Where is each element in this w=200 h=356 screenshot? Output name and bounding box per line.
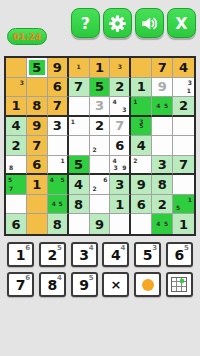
cell-r3c7[interactable]: 1 xyxy=(131,97,152,117)
cell-r7c4[interactable]: 4 xyxy=(69,175,90,195)
cell-r4c6[interactable]: 7 xyxy=(110,117,131,137)
cell-r5c5[interactable]: 2 xyxy=(90,136,111,156)
erase-button[interactable]: × xyxy=(102,272,129,297)
cell-r4c8[interactable] xyxy=(152,117,173,137)
top-buttons: ? xyxy=(71,8,196,38)
cell-r5c3[interactable] xyxy=(48,136,69,156)
cell-digit: 6 xyxy=(115,139,124,152)
digit-button-7[interactable]: 76 xyxy=(7,272,34,297)
cell-r5c4[interactable] xyxy=(69,136,90,156)
digit-label: 4 xyxy=(111,248,121,262)
digit-button-9[interactable]: 95 xyxy=(71,272,98,297)
cell-r2c7[interactable]: 1 xyxy=(131,78,152,98)
cell-r1c7[interactable] xyxy=(131,58,152,78)
cell-r6c2[interactable]: 6 xyxy=(27,156,48,176)
marker-dot-button[interactable] xyxy=(134,272,161,297)
cell-r3c5[interactable]: 3 xyxy=(90,97,111,117)
cell-r6c1[interactable]: 8 xyxy=(6,156,27,176)
cell-r9c4[interactable] xyxy=(69,214,90,234)
cell-digit: 7 xyxy=(74,80,83,93)
pencil-mark: 4 xyxy=(112,158,116,164)
cell-r3c3[interactable]: 7 xyxy=(48,97,69,117)
cell-digit: 2 xyxy=(11,139,20,152)
digit-label: 6 xyxy=(175,248,185,262)
cell-r8c9[interactable]: 15 xyxy=(173,195,194,215)
pencil-mark: 3 xyxy=(113,165,117,171)
cell-digit: 9 xyxy=(95,218,104,231)
cell-digit: 1 xyxy=(115,198,124,211)
cell-r3c6[interactable]: 43 xyxy=(110,97,131,117)
cell-r2c9[interactable]: 31 xyxy=(173,78,194,98)
cell-digit: 7 xyxy=(53,99,62,112)
help-button[interactable]: ? xyxy=(71,8,100,38)
cell-digit: 3 xyxy=(158,158,167,171)
cell-r6c6[interactable]: 439 xyxy=(110,156,131,176)
digit-label: 3 xyxy=(79,248,89,262)
cell-r7c9[interactable] xyxy=(173,175,194,195)
cell-digit: 7 xyxy=(179,158,188,171)
cell-r6c4[interactable]: 5 xyxy=(69,156,90,176)
digit-count-badge: 5 xyxy=(57,245,62,252)
timer: 01:24 xyxy=(7,28,47,45)
cell-digit: 2 xyxy=(115,80,124,93)
cell-digit: 8 xyxy=(158,178,167,191)
digit-label: 7 xyxy=(16,278,26,292)
pencil-mark: 8 xyxy=(9,165,13,171)
cell-r9c8[interactable]: 45 xyxy=(152,214,173,234)
digit-button-3[interactable]: 34 xyxy=(71,242,98,267)
cell-digit: 1 xyxy=(11,99,20,112)
cell-digit: 4 xyxy=(11,119,20,132)
cell-r7c2[interactable]: 1 xyxy=(27,175,48,195)
digit-button-2[interactable]: 25 xyxy=(39,242,66,267)
cell-digit: 4 xyxy=(179,61,188,74)
cell-digit: 4 xyxy=(74,178,83,191)
cell-digit: 1 xyxy=(32,178,41,191)
number-pad-row-1: 162534445365 xyxy=(7,242,193,267)
pencil-mark: 5 xyxy=(8,177,12,183)
cell-digit: 8 xyxy=(32,99,41,112)
cell-r9c9[interactable]: 1 xyxy=(173,214,194,234)
cell-r3c9[interactable]: 2 xyxy=(173,97,194,117)
cell-r8c8[interactable]: 2 xyxy=(152,195,173,215)
digit-count-badge: 6 xyxy=(25,275,30,282)
cell-r8c5[interactable] xyxy=(90,195,111,215)
sudoku-grid: 5911374367521931187343145249312735272648… xyxy=(4,56,196,236)
cell-digit: 5 xyxy=(32,61,41,74)
cell-digit: 2 xyxy=(158,198,167,211)
cell-r5c6[interactable]: 6 xyxy=(110,136,131,156)
cell-r9c3[interactable]: 8 xyxy=(48,214,69,234)
cell-r4c4[interactable]: 1 xyxy=(69,117,90,137)
cell-digit: 9 xyxy=(137,178,146,191)
digit-count-badge: 4 xyxy=(89,245,94,252)
cell-r8c1[interactable] xyxy=(6,195,27,215)
cell-digit: 7 xyxy=(115,119,124,132)
cell-r2c2[interactable] xyxy=(27,78,48,98)
cell-r1c6[interactable]: 3 xyxy=(110,58,131,78)
pencil-mark: 9 xyxy=(122,165,126,171)
digit-label: 8 xyxy=(47,278,57,292)
digit-button-6[interactable]: 65 xyxy=(166,242,193,267)
cell-r4c7[interactable]: 35 xyxy=(131,117,152,137)
grid-icon xyxy=(171,277,187,292)
green-tick-icon xyxy=(180,279,184,283)
cell-r1c9[interactable]: 4 xyxy=(173,58,194,78)
settings-button[interactable] xyxy=(103,8,132,38)
pencil-mark: 4 xyxy=(52,201,56,207)
cell-digit: 3 xyxy=(115,178,124,191)
cell-r3c4[interactable] xyxy=(69,97,90,117)
question-icon: ? xyxy=(81,14,90,33)
cell-r2c1[interactable]: 3 xyxy=(6,78,27,98)
cell-r8c4[interactable]: 8 xyxy=(69,195,90,215)
cell-digit: 6 xyxy=(11,218,20,231)
digit-button-1[interactable]: 16 xyxy=(7,242,34,267)
cell-r9c6[interactable] xyxy=(110,214,131,234)
cell-digit: 4 xyxy=(137,139,146,152)
cell-r2c3[interactable]: 6 xyxy=(48,78,69,98)
cell-r3c8[interactable]: 45 xyxy=(152,97,173,117)
cell-r6c8[interactable]: 3 xyxy=(152,156,173,176)
pencil-mark: 5 xyxy=(164,103,168,109)
cell-digit: 3 xyxy=(95,99,104,112)
cell-digit: 2 xyxy=(179,99,188,112)
cell-r7c5[interactable]: 26 xyxy=(90,175,111,195)
cell-r9c2[interactable] xyxy=(27,214,48,234)
cell-digit: 3 xyxy=(53,119,62,132)
cell-r3c1[interactable]: 1 xyxy=(6,97,27,117)
digit-label: 2 xyxy=(47,248,57,262)
cell-r1c3[interactable]: 9 xyxy=(48,58,69,78)
pencil-mark: 6 xyxy=(103,177,107,183)
digit-button-4[interactable]: 44 xyxy=(102,242,129,267)
pencil-mark: 3 xyxy=(122,107,126,113)
cell-r2c8[interactable]: 9 xyxy=(152,78,173,98)
digit-count-badge: 5 xyxy=(184,245,189,252)
pencil-mark: 1 xyxy=(60,158,64,164)
pencil-mark: 3 xyxy=(188,80,192,86)
digit-count-badge: 4 xyxy=(57,275,62,282)
pencil-mark: 1 xyxy=(71,119,75,125)
cell-r9c7[interactable] xyxy=(131,214,152,234)
digit-count-badge: 6 xyxy=(25,245,30,252)
cell-r7c8[interactable]: 8 xyxy=(152,175,173,195)
cell-digit: 5 xyxy=(95,80,104,93)
cell-r6c9[interactable]: 7 xyxy=(173,156,194,176)
cell-r4c9[interactable] xyxy=(173,117,194,137)
cell-r5c9[interactable] xyxy=(173,136,194,156)
pencil-mark: 4 xyxy=(50,177,54,183)
digit-label: 9 xyxy=(79,278,89,292)
pencil-mark: 4 xyxy=(156,103,160,109)
close-x-icon: X xyxy=(175,14,187,33)
cell-r7c1[interactable]: 57 xyxy=(6,175,27,195)
cell-digit: 7 xyxy=(32,139,41,152)
digit-button-5[interactable]: 53 xyxy=(134,242,161,267)
cell-r6c3[interactable]: 1 xyxy=(48,156,69,176)
cell-r7c3[interactable]: 45 xyxy=(48,175,69,195)
erase-x-icon: × xyxy=(110,278,121,291)
cell-r3c2[interactable]: 8 xyxy=(27,97,48,117)
pencil-mark: 2 xyxy=(93,147,97,153)
close-button[interactable]: X xyxy=(167,8,196,38)
cell-r2c6[interactable]: 2 xyxy=(110,78,131,98)
speaker-icon xyxy=(140,14,159,33)
cell-digit: 8 xyxy=(74,198,83,211)
digit-count-badge: 5 xyxy=(89,275,94,282)
pencil-mark: 1 xyxy=(187,88,191,94)
pencil-mark: 3 xyxy=(20,80,24,86)
pencil-mark: 5 xyxy=(176,205,180,211)
cell-digit: 1 xyxy=(95,61,104,74)
pencil-mark: 5 xyxy=(60,177,64,183)
orange-dot-icon xyxy=(142,279,154,291)
pencil-mark: 2 xyxy=(133,158,137,164)
pencil-mark: 3 xyxy=(118,64,122,70)
cell-r1c1[interactable] xyxy=(6,58,27,78)
cell-r8c3[interactable]: 45 xyxy=(48,195,69,215)
cell-r4c5[interactable]: 2 xyxy=(90,117,111,137)
grid-notes-button[interactable] xyxy=(166,272,193,297)
cell-digit: 1 xyxy=(137,80,146,93)
cell-r5c8[interactable] xyxy=(152,136,173,156)
cell-r7c6[interactable]: 3 xyxy=(110,175,131,195)
cell-r2c5[interactable]: 5 xyxy=(90,78,111,98)
cell-r5c7[interactable]: 4 xyxy=(131,136,152,156)
cell-r6c5[interactable] xyxy=(90,156,111,176)
gear-icon xyxy=(108,14,127,33)
cell-digit: 9 xyxy=(158,80,167,93)
sudoku-app: 01:24 ? xyxy=(0,0,200,356)
cell-r4c2[interactable]: 9 xyxy=(27,117,48,137)
cell-r8c2[interactable] xyxy=(27,195,48,215)
cell-r1c5[interactable]: 1 xyxy=(90,58,111,78)
cell-r8c6[interactable]: 1 xyxy=(110,195,131,215)
cell-r5c1[interactable]: 2 xyxy=(6,136,27,156)
cell-r1c8[interactable]: 7 xyxy=(152,58,173,78)
digit-count-badge: 3 xyxy=(152,245,157,252)
cell-r9c5[interactable]: 9 xyxy=(90,214,111,234)
digit-label: 1 xyxy=(16,248,26,262)
cell-digit: 7 xyxy=(158,61,167,74)
cell-r2c4[interactable]: 7 xyxy=(69,78,90,98)
cell-r9c1[interactable]: 6 xyxy=(6,214,27,234)
pencil-mark: 7 xyxy=(9,186,13,192)
pencil-mark: 1 xyxy=(77,64,81,70)
cell-digit: 9 xyxy=(53,61,62,74)
cell-r6c7[interactable]: 2 xyxy=(131,156,152,176)
cell-r4c3[interactable]: 3 xyxy=(48,117,69,137)
digit-label: 5 xyxy=(143,248,153,262)
pencil-mark: 2 xyxy=(93,186,97,192)
pencil-mark: 4 xyxy=(156,221,160,227)
cell-r1c4[interactable]: 1 xyxy=(69,58,90,78)
number-pad-row-2: 768495× xyxy=(7,272,193,297)
cell-r8c7[interactable]: 6 xyxy=(131,195,152,215)
pencil-mark: 5 xyxy=(58,201,62,207)
cell-digit: 5 xyxy=(74,158,83,171)
cell-r1c2[interactable]: 5 xyxy=(27,58,48,78)
cell-digit: 8 xyxy=(53,218,62,231)
cell-digit: 6 xyxy=(32,158,41,171)
cell-r7c7[interactable]: 9 xyxy=(131,175,152,195)
sound-button[interactable] xyxy=(135,8,164,38)
pencil-mark: 1 xyxy=(133,99,137,105)
pencil-mark: 5 xyxy=(139,123,143,129)
cell-r4c1[interactable]: 4 xyxy=(6,117,27,137)
cell-r5c2[interactable]: 7 xyxy=(27,136,48,156)
cell-digit: 6 xyxy=(137,198,146,211)
digit-count-badge: 4 xyxy=(121,245,126,252)
pencil-mark: 5 xyxy=(164,221,168,227)
cell-digit: 6 xyxy=(53,80,62,93)
pencil-mark: 4 xyxy=(112,99,116,105)
cell-digit: 1 xyxy=(179,218,188,231)
cell-digit: 9 xyxy=(32,119,41,132)
digit-button-8[interactable]: 84 xyxy=(39,272,66,297)
cell-digit: 2 xyxy=(95,119,104,132)
pencil-mark: 1 xyxy=(188,197,192,203)
